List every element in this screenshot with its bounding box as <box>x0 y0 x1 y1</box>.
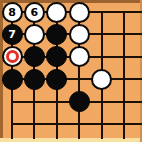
board-edge-top <box>0 0 142 3</box>
stone-white-marked[interactable] <box>2 46 23 67</box>
move-number-label: 7 <box>8 28 16 39</box>
stone-white[interactable] <box>24 24 45 45</box>
stone-white-move-8[interactable]: 8 <box>2 2 23 23</box>
stone-white[interactable] <box>69 24 90 45</box>
stone-black-move-7[interactable]: 7 <box>2 24 23 45</box>
board-edge-left <box>0 0 3 142</box>
stone-black[interactable] <box>24 69 45 90</box>
stone-white[interactable] <box>91 69 112 90</box>
stone-black[interactable] <box>69 91 90 112</box>
move-number-label: 8 <box>8 6 16 17</box>
stone-white-move-6[interactable]: 6 <box>24 2 45 23</box>
move-number-label: 6 <box>31 6 39 17</box>
stone-black[interactable] <box>46 69 67 90</box>
stone-white[interactable] <box>46 2 67 23</box>
go-board[interactable]: 867 <box>0 0 142 142</box>
circle-marker-icon <box>6 50 19 63</box>
stone-black[interactable] <box>2 69 23 90</box>
stone-white[interactable] <box>69 46 90 67</box>
stone-white[interactable] <box>69 2 90 23</box>
